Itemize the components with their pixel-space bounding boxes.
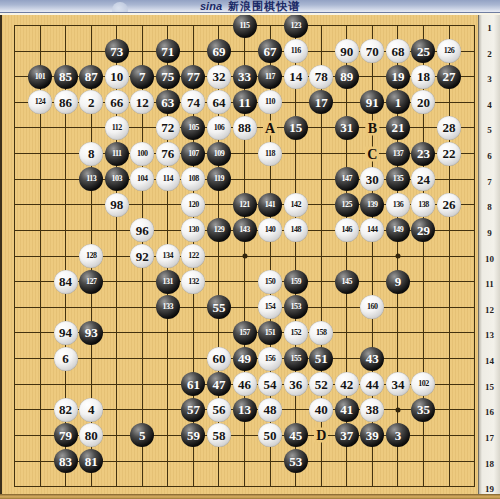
- move-number: 68: [391, 45, 404, 58]
- move-number: 5: [139, 429, 146, 442]
- move-number: 73: [110, 45, 123, 58]
- stone-57: 57: [181, 398, 205, 422]
- move-number: 81: [85, 455, 98, 468]
- move-number: 140: [265, 226, 276, 234]
- stone-25: 25: [411, 39, 435, 63]
- star-point: [395, 254, 400, 259]
- stone-67: 67: [258, 39, 282, 63]
- row-label-1: 1: [479, 23, 500, 33]
- move-number: 26: [443, 198, 456, 211]
- stone-14: 14: [284, 65, 308, 89]
- stone-130: 130: [181, 218, 205, 242]
- star-point: [395, 407, 400, 412]
- move-number: 25: [417, 45, 430, 58]
- stone-160: 160: [360, 295, 384, 319]
- stone-71: 71: [156, 39, 180, 63]
- stone-129: 129: [207, 218, 231, 242]
- stone-74: 74: [181, 90, 205, 114]
- row-label-17: 17: [479, 433, 500, 443]
- move-number: 29: [417, 224, 430, 237]
- title-main: 新浪围棋快谱: [228, 0, 300, 12]
- row-label-6: 6: [479, 151, 500, 161]
- row-label-14: 14: [479, 356, 500, 366]
- stone-105: 105: [181, 116, 205, 140]
- move-number: 124: [35, 98, 46, 106]
- stone-133: 133: [156, 295, 180, 319]
- row-label-18: 18: [479, 459, 500, 469]
- move-number: 70: [366, 45, 379, 58]
- move-number: 50: [264, 429, 277, 442]
- title-brand: sina: [200, 0, 222, 12]
- move-number: 89: [340, 70, 353, 83]
- stone-87: 87: [79, 65, 103, 89]
- row-label-16: 16: [479, 407, 500, 417]
- move-number: 158: [316, 329, 327, 337]
- stone-90: 90: [335, 39, 359, 63]
- stone-119: 119: [207, 167, 231, 191]
- move-number: 63: [161, 96, 174, 109]
- move-number: 75: [161, 70, 174, 83]
- stone-18: 18: [411, 65, 435, 89]
- stone-153: 153: [284, 295, 308, 319]
- move-number: 66: [110, 96, 123, 109]
- move-number: 143: [239, 226, 250, 234]
- move-number: 34: [391, 378, 404, 391]
- move-number: 96: [136, 224, 149, 237]
- move-number: 86: [59, 96, 72, 109]
- move-number: 136: [393, 201, 404, 209]
- move-number: 36: [289, 378, 302, 391]
- move-number: 23: [417, 147, 430, 160]
- stone-66: 66: [105, 90, 129, 114]
- move-number: 33: [238, 70, 251, 83]
- move-number: 152: [290, 329, 301, 337]
- stone-145: 145: [335, 270, 359, 294]
- stone-15: 15: [284, 116, 308, 140]
- move-number: 59: [187, 429, 200, 442]
- move-number: 31: [340, 121, 353, 134]
- stone-148: 148: [284, 218, 308, 242]
- stone-136: 136: [386, 193, 410, 217]
- stone-45: 45: [284, 423, 308, 447]
- move-number: 118: [265, 150, 275, 158]
- stone-23: 23: [411, 142, 435, 166]
- stone-85: 85: [54, 65, 78, 89]
- stone-68: 68: [386, 39, 410, 63]
- stone-48: 48: [258, 398, 282, 422]
- move-number: 107: [188, 150, 199, 158]
- stone-43: 43: [360, 347, 384, 371]
- stone-98: 98: [105, 193, 129, 217]
- row-label-8: 8: [479, 202, 500, 212]
- stone-42: 42: [335, 372, 359, 396]
- move-number: 45: [289, 429, 302, 442]
- stone-37: 37: [335, 423, 359, 447]
- stone-79: 79: [54, 423, 78, 447]
- move-number: 38: [366, 403, 379, 416]
- stone-122: 122: [181, 244, 205, 268]
- sina-logo-icon: [112, 2, 128, 13]
- stone-116: 116: [284, 39, 308, 63]
- move-number: 128: [86, 252, 97, 260]
- stone-139: 139: [360, 193, 384, 217]
- move-number: 18: [417, 70, 430, 83]
- move-number: 84: [59, 275, 72, 288]
- stone-143: 143: [233, 218, 257, 242]
- move-number: 35: [417, 403, 430, 416]
- stone-157: 157: [233, 321, 257, 345]
- move-number: 14: [289, 70, 302, 83]
- stone-38: 38: [360, 398, 384, 422]
- stone-80: 80: [79, 423, 103, 447]
- stone-39: 39: [360, 423, 384, 447]
- move-number: 4: [88, 403, 95, 416]
- move-number: 90: [340, 45, 353, 58]
- row-label-3: 3: [479, 74, 500, 84]
- move-number: 39: [366, 429, 379, 442]
- move-number: 1: [395, 96, 402, 109]
- bottom-edge: [0, 494, 500, 499]
- stone-92: 92: [130, 244, 154, 268]
- stone-33: 33: [233, 65, 257, 89]
- letter-mark-D: D: [314, 428, 328, 443]
- stone-89: 89: [335, 65, 359, 89]
- row-label-13: 13: [479, 330, 500, 340]
- stone-151: 151: [258, 321, 282, 345]
- stone-131: 131: [156, 270, 180, 294]
- move-number: 93: [85, 326, 98, 339]
- move-number: 150: [265, 278, 276, 286]
- letter-mark-A: A: [263, 120, 277, 135]
- stone-101: 101: [28, 65, 52, 89]
- stone-91: 91: [360, 90, 384, 114]
- move-number: 144: [367, 226, 378, 234]
- move-number: 61: [187, 378, 200, 391]
- move-number: 122: [188, 252, 199, 260]
- stone-41: 41: [335, 398, 359, 422]
- stone-30: 30: [360, 167, 384, 191]
- move-number: 21: [391, 121, 404, 134]
- move-number: 101: [35, 73, 46, 81]
- move-number: 76: [161, 147, 174, 160]
- move-number: 77: [187, 70, 200, 83]
- star-point: [242, 254, 247, 259]
- stone-70: 70: [360, 39, 384, 63]
- stone-146: 146: [335, 218, 359, 242]
- stone-78: 78: [309, 65, 333, 89]
- stone-137: 137: [386, 142, 410, 166]
- stone-128: 128: [79, 244, 103, 268]
- move-number: 100: [137, 150, 148, 158]
- move-number: 60: [212, 352, 225, 365]
- move-number: 116: [291, 47, 301, 55]
- move-number: 141: [265, 201, 276, 209]
- stone-52: 52: [309, 372, 333, 396]
- move-number: 69: [212, 45, 225, 58]
- stone-147: 147: [335, 167, 359, 191]
- move-number: 133: [163, 303, 174, 311]
- move-number: 12: [136, 96, 149, 109]
- move-number: 147: [342, 175, 353, 183]
- stone-61: 61: [181, 372, 205, 396]
- move-number: 131: [163, 278, 174, 286]
- move-number: 112: [112, 124, 122, 132]
- stone-107: 107: [181, 142, 205, 166]
- move-number: 154: [265, 303, 276, 311]
- move-number: 120: [188, 201, 199, 209]
- stone-2: 2: [79, 90, 103, 114]
- stone-64: 64: [207, 90, 231, 114]
- row-label-15: 15: [479, 382, 500, 392]
- stone-114: 114: [156, 167, 180, 191]
- move-number: 83: [59, 455, 72, 468]
- move-number: 123: [290, 22, 301, 30]
- move-number: 105: [188, 124, 199, 132]
- move-number: 71: [161, 45, 174, 58]
- move-number: 15: [289, 121, 302, 134]
- stone-96: 96: [130, 218, 154, 242]
- stone-50: 50: [258, 423, 282, 447]
- stone-121: 121: [233, 193, 257, 217]
- move-number: 19: [391, 70, 404, 83]
- stone-13: 13: [233, 398, 257, 422]
- stone-31: 31: [335, 116, 359, 140]
- stone-86: 86: [54, 90, 78, 114]
- titlebar-separator: [0, 13, 500, 15]
- move-number: 129: [214, 226, 225, 234]
- letter-mark-C: C: [365, 146, 379, 161]
- stone-10: 10: [105, 65, 129, 89]
- stone-27: 27: [437, 65, 461, 89]
- stone-20: 20: [411, 90, 435, 114]
- stone-21: 21: [386, 116, 410, 140]
- stone-55: 55: [207, 295, 231, 319]
- stone-102: 102: [411, 372, 435, 396]
- move-number: 40: [315, 403, 328, 416]
- stone-120: 120: [181, 193, 205, 217]
- grid-line-vertical: [474, 25, 475, 487]
- move-number: 102: [418, 380, 429, 388]
- move-number: 74: [187, 96, 200, 109]
- move-number: 110: [265, 98, 275, 106]
- row-label-4: 4: [479, 100, 500, 110]
- stone-108: 108: [181, 167, 205, 191]
- row-label-12: 12: [479, 305, 500, 315]
- grid-line-vertical: [449, 25, 450, 487]
- move-number: 3: [395, 429, 402, 442]
- move-number: 127: [86, 278, 97, 286]
- stone-158: 158: [309, 321, 333, 345]
- move-number: 30: [366, 173, 379, 186]
- stone-36: 36: [284, 372, 308, 396]
- stone-53: 53: [284, 449, 308, 473]
- stone-76: 76: [156, 142, 180, 166]
- stone-35: 35: [411, 398, 435, 422]
- move-number: 146: [342, 226, 353, 234]
- move-number: 111: [112, 150, 122, 158]
- stone-110: 110: [258, 90, 282, 114]
- move-number: 117: [265, 73, 275, 81]
- move-number: 55: [212, 301, 225, 314]
- stone-113: 113: [79, 167, 103, 191]
- move-number: 109: [214, 150, 225, 158]
- move-number: 115: [240, 22, 250, 30]
- move-number: 104: [137, 175, 148, 183]
- move-number: 10: [110, 70, 123, 83]
- move-number: 121: [239, 201, 250, 209]
- stone-109: 109: [207, 142, 231, 166]
- move-number: 157: [239, 329, 250, 337]
- stone-5: 5: [130, 423, 154, 447]
- stone-73: 73: [105, 39, 129, 63]
- move-number: 113: [86, 175, 96, 183]
- stone-152: 152: [284, 321, 308, 345]
- stone-63: 63: [156, 90, 180, 114]
- move-number: 37: [340, 429, 353, 442]
- grid-line-horizontal: [14, 486, 475, 487]
- stone-88: 88: [233, 116, 257, 140]
- move-number: 22: [443, 147, 456, 160]
- stone-49: 49: [233, 347, 257, 371]
- stone-141: 141: [258, 193, 282, 217]
- stone-111: 111: [105, 142, 129, 166]
- move-number: 28: [443, 121, 456, 134]
- stone-40: 40: [309, 398, 333, 422]
- stone-132: 132: [181, 270, 205, 294]
- row-label-19: 19: [479, 484, 500, 494]
- stone-34: 34: [386, 372, 410, 396]
- stone-115: 115: [233, 14, 257, 38]
- stone-103: 103: [105, 167, 129, 191]
- stone-24: 24: [411, 167, 435, 191]
- move-number: 92: [136, 250, 149, 263]
- move-number: 153: [290, 303, 301, 311]
- stone-69: 69: [207, 39, 231, 63]
- move-number: 85: [59, 70, 72, 83]
- stone-32: 32: [207, 65, 231, 89]
- row-label-2: 2: [479, 49, 500, 59]
- stone-51: 51: [309, 347, 333, 371]
- move-number: 6: [62, 352, 69, 365]
- stone-142: 142: [284, 193, 308, 217]
- go-board[interactable]: 1151237371696711690706825126101858710775…: [0, 15, 478, 494]
- stone-144: 144: [360, 218, 384, 242]
- stone-60: 60: [207, 347, 231, 371]
- stone-135: 135: [386, 167, 410, 191]
- move-number: 67: [264, 45, 277, 58]
- move-number: 145: [342, 278, 353, 286]
- move-number: 132: [188, 278, 199, 286]
- stone-28: 28: [437, 116, 461, 140]
- move-number: 156: [265, 355, 276, 363]
- stone-154: 154: [258, 295, 282, 319]
- stone-149: 149: [386, 218, 410, 242]
- move-number: 138: [418, 201, 429, 209]
- letter-mark-B: B: [366, 120, 379, 135]
- move-number: 108: [188, 175, 199, 183]
- move-number: 48: [264, 403, 277, 416]
- stone-12: 12: [130, 90, 154, 114]
- move-number: 24: [417, 173, 430, 186]
- move-number: 137: [393, 150, 404, 158]
- stone-47: 47: [207, 372, 231, 396]
- stone-9: 9: [386, 270, 410, 294]
- stone-17: 17: [309, 90, 333, 114]
- stone-44: 44: [360, 372, 384, 396]
- move-number: 126: [444, 47, 455, 55]
- move-number: 94: [59, 326, 72, 339]
- stone-22: 22: [437, 142, 461, 166]
- stone-134: 134: [156, 244, 180, 268]
- move-number: 72: [161, 121, 174, 134]
- move-number: 135: [393, 175, 404, 183]
- move-number: 106: [214, 124, 225, 132]
- stone-77: 77: [181, 65, 205, 89]
- stone-94: 94: [54, 321, 78, 345]
- stone-7: 7: [130, 65, 154, 89]
- stone-112: 112: [105, 116, 129, 140]
- stone-104: 104: [130, 167, 154, 191]
- window-title: sina新浪围棋快谱: [200, 0, 300, 12]
- move-number: 160: [367, 303, 378, 311]
- grid-line-vertical: [295, 25, 296, 487]
- move-number: 46: [238, 378, 251, 391]
- grid-line-horizontal: [14, 307, 475, 308]
- stone-100: 100: [130, 142, 154, 166]
- row-label-7: 7: [479, 177, 500, 187]
- stone-117: 117: [258, 65, 282, 89]
- move-number: 9: [395, 275, 402, 288]
- move-number: 32: [212, 70, 225, 83]
- move-number: 87: [85, 70, 98, 83]
- stone-72: 72: [156, 116, 180, 140]
- move-number: 139: [367, 201, 378, 209]
- move-number: 51: [315, 352, 328, 365]
- stone-150: 150: [258, 270, 282, 294]
- row-label-9: 9: [479, 228, 500, 238]
- stone-58: 58: [207, 423, 231, 447]
- stone-59: 59: [181, 423, 205, 447]
- stone-156: 156: [258, 347, 282, 371]
- kifu-viewer-window: sina新浪围棋快谱 11512373716967116907068251261…: [0, 0, 500, 499]
- stone-8: 8: [79, 142, 103, 166]
- move-number: 49: [238, 352, 251, 365]
- stone-138: 138: [411, 193, 435, 217]
- move-number: 130: [188, 226, 199, 234]
- stone-93: 93: [79, 321, 103, 345]
- move-number: 11: [238, 96, 250, 109]
- move-number: 47: [212, 378, 225, 391]
- move-number: 134: [163, 252, 174, 260]
- stone-82: 82: [54, 398, 78, 422]
- move-number: 43: [366, 352, 379, 365]
- stone-29: 29: [411, 218, 435, 242]
- move-number: 17: [315, 96, 328, 109]
- move-number: 82: [59, 403, 72, 416]
- move-number: 148: [290, 226, 301, 234]
- stone-159: 159: [284, 270, 308, 294]
- move-number: 53: [289, 455, 302, 468]
- stone-125: 125: [335, 193, 359, 217]
- move-number: 56: [212, 403, 225, 416]
- stone-75: 75: [156, 65, 180, 89]
- stone-56: 56: [207, 398, 231, 422]
- move-number: 57: [187, 403, 200, 416]
- stone-26: 26: [437, 193, 461, 217]
- stone-46: 46: [233, 372, 257, 396]
- move-number: 149: [393, 226, 404, 234]
- move-number: 41: [340, 403, 353, 416]
